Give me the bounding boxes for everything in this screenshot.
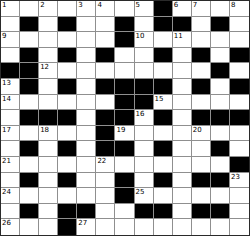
crossword-block-cell [96, 48, 115, 64]
crossword-block-cell [135, 79, 154, 95]
crossword-block-cell [20, 173, 39, 189]
crossword-block-cell [96, 126, 115, 142]
crossword-block-cell [58, 204, 77, 220]
clue-number: 15 [155, 95, 164, 104]
crossword-cell[interactable] [39, 17, 58, 33]
crossword-cell[interactable] [39, 48, 58, 64]
crossword-cell[interactable] [192, 219, 211, 235]
crossword-block-cell [115, 173, 134, 189]
crossword-cell[interactable] [192, 17, 211, 33]
crossword-cell[interactable] [192, 188, 211, 204]
crossword-block-cell [154, 79, 173, 95]
crossword-block-cell [58, 141, 77, 157]
crossword-cell[interactable]: 13 [1, 79, 20, 95]
crossword-cell[interactable]: 15 [154, 95, 173, 111]
crossword-block-cell [77, 204, 96, 220]
clue-number: 9 [2, 32, 6, 41]
crossword-cell[interactable] [77, 126, 96, 142]
crossword-cell[interactable] [77, 188, 96, 204]
crossword-cell[interactable]: 8 [230, 1, 249, 17]
crossword-cell[interactable] [77, 48, 96, 64]
crossword-block-cell [115, 95, 134, 111]
crossword-cell[interactable] [20, 32, 39, 48]
crossword-block-cell [96, 79, 115, 95]
crossword-cell[interactable] [173, 63, 192, 79]
crossword-cell[interactable]: 16 [135, 110, 154, 126]
clue-number: 21 [2, 157, 11, 166]
crossword-cell[interactable] [230, 141, 249, 157]
crossword-cell[interactable] [20, 126, 39, 142]
crossword-cell[interactable] [115, 219, 134, 235]
crossword-block-cell [154, 48, 173, 64]
crossword-block-cell [20, 110, 39, 126]
crossword-cell[interactable] [96, 219, 115, 235]
clue-number: 11 [174, 32, 183, 41]
crossword-cell[interactable] [96, 95, 115, 111]
crossword-cell[interactable]: 26 [1, 219, 20, 235]
crossword-cell[interactable] [20, 219, 39, 235]
clue-number: 17 [2, 126, 11, 135]
crossword-cell[interactable] [230, 219, 249, 235]
crossword-cell[interactable] [20, 95, 39, 111]
crossword-cell[interactable] [39, 188, 58, 204]
crossword-cell[interactable] [39, 32, 58, 48]
crossword-block-cell [20, 63, 39, 79]
crossword-block-cell [58, 79, 77, 95]
crossword-block-cell [230, 48, 249, 64]
crossword-block-cell [135, 95, 154, 111]
crossword-cell[interactable] [211, 157, 230, 173]
crossword-cell[interactable]: 17 [1, 126, 20, 142]
crossword-cell[interactable] [115, 63, 134, 79]
crossword-cell[interactable] [230, 17, 249, 33]
crossword-cell[interactable] [173, 173, 192, 189]
crossword-cell[interactable] [135, 48, 154, 64]
crossword-cell[interactable] [77, 95, 96, 111]
crossword-cell[interactable] [211, 48, 230, 64]
crossword-cell[interactable] [20, 157, 39, 173]
crossword-block-cell [115, 17, 134, 33]
crossword-cell[interactable] [77, 79, 96, 95]
clue-number: 26 [2, 219, 11, 228]
crossword-cell[interactable] [211, 219, 230, 235]
crossword-cell[interactable] [154, 219, 173, 235]
crossword-cell[interactable] [96, 17, 115, 33]
crossword-cell[interactable] [58, 126, 77, 142]
crossword-cell[interactable] [135, 157, 154, 173]
crossword-block-cell [58, 48, 77, 64]
crossword-cell[interactable] [211, 32, 230, 48]
crossword-block-cell [230, 79, 249, 95]
clue-number: 8 [231, 1, 235, 10]
crossword-block-cell [154, 173, 173, 189]
crossword-cell[interactable] [96, 204, 115, 220]
crossword-cell[interactable]: 11 [173, 32, 192, 48]
clue-number: 4 [97, 1, 101, 10]
crossword-block-cell [192, 173, 211, 189]
crossword-block-cell [20, 79, 39, 95]
crossword-block-cell [211, 173, 230, 189]
crossword-cell[interactable] [115, 48, 134, 64]
crossword-grid: 1234567891011121314151617181920212223242… [0, 0, 250, 236]
crossword-cell[interactable]: 10 [135, 32, 154, 48]
crossword-cell[interactable] [135, 141, 154, 157]
crossword-cell[interactable] [58, 188, 77, 204]
crossword-cell[interactable] [211, 95, 230, 111]
crossword-cell[interactable] [58, 95, 77, 111]
crossword-cell[interactable] [173, 79, 192, 95]
crossword-cell[interactable] [115, 1, 134, 17]
crossword-block-cell [230, 157, 249, 173]
crossword-cell[interactable] [173, 110, 192, 126]
crossword-block-cell [20, 48, 39, 64]
crossword-cell[interactable] [58, 63, 77, 79]
crossword-cell[interactable] [173, 219, 192, 235]
crossword-cell[interactable] [77, 32, 96, 48]
crossword-block-cell [39, 110, 58, 126]
clue-number: 6 [174, 1, 178, 10]
crossword-block-cell [115, 32, 134, 48]
crossword-cell[interactable] [230, 204, 249, 220]
crossword-block-cell [115, 79, 134, 95]
clue-number: 1 [2, 1, 6, 10]
clue-number: 18 [40, 126, 49, 135]
clue-number: 25 [136, 188, 145, 197]
crossword-cell[interactable] [20, 1, 39, 17]
crossword-cell[interactable] [1, 110, 20, 126]
crossword-cell[interactable] [135, 17, 154, 33]
crossword-cell[interactable] [230, 63, 249, 79]
clue-number: 2 [40, 1, 44, 10]
crossword-cell[interactable] [58, 157, 77, 173]
crossword-block-cell [1, 63, 20, 79]
crossword-cell[interactable] [96, 173, 115, 189]
clue-number: 3 [78, 1, 82, 10]
crossword-block-cell [211, 63, 230, 79]
crossword-cell[interactable]: 4 [96, 1, 115, 17]
clue-number: 20 [193, 126, 202, 135]
crossword-cell[interactable] [154, 188, 173, 204]
crossword-cell[interactable] [1, 204, 20, 220]
crossword-cell[interactable]: 5 [135, 1, 154, 17]
crossword-cell[interactable] [96, 188, 115, 204]
crossword-cell[interactable] [115, 157, 134, 173]
crossword-block-cell [192, 48, 211, 64]
crossword-cell[interactable]: 3 [77, 1, 96, 17]
crossword-cell[interactable] [135, 126, 154, 142]
crossword-block-cell [20, 204, 39, 220]
crossword-block-cell [230, 110, 249, 126]
crossword-cell[interactable] [115, 204, 134, 220]
crossword-cell[interactable] [192, 141, 211, 157]
crossword-cell[interactable] [135, 219, 154, 235]
crossword-cell[interactable] [192, 157, 211, 173]
crossword-block-cell [58, 17, 77, 33]
crossword-cell[interactable] [39, 204, 58, 220]
crossword-block-cell [135, 204, 154, 220]
crossword-cell[interactable] [192, 63, 211, 79]
crossword-cell[interactable] [154, 157, 173, 173]
crossword-block-cell [211, 110, 230, 126]
crossword-block-cell [173, 17, 192, 33]
crossword-cell[interactable] [77, 63, 96, 79]
crossword-puzzle: 1234567891011121314151617181920212223242… [0, 0, 250, 236]
crossword-cell[interactable] [154, 126, 173, 142]
crossword-cell[interactable]: 21 [1, 157, 20, 173]
crossword-block-cell [58, 173, 77, 189]
crossword-cell[interactable]: 19 [115, 126, 134, 142]
clue-number: 19 [116, 126, 125, 135]
crossword-cell[interactable] [173, 95, 192, 111]
crossword-block-cell [154, 141, 173, 157]
crossword-cell[interactable] [230, 126, 249, 142]
crossword-block-cell [192, 110, 211, 126]
crossword-block-cell [154, 204, 173, 220]
crossword-block-cell [211, 17, 230, 33]
crossword-cell[interactable] [230, 95, 249, 111]
crossword-block-cell [58, 110, 77, 126]
crossword-block-cell [96, 110, 115, 126]
crossword-block-cell [58, 219, 77, 235]
crossword-cell[interactable]: 20 [192, 126, 211, 142]
crossword-cell[interactable] [173, 126, 192, 142]
crossword-cell[interactable] [154, 63, 173, 79]
crossword-cell[interactable]: 18 [39, 126, 58, 142]
clue-number: 10 [136, 32, 145, 41]
crossword-block-cell [115, 188, 134, 204]
crossword-cell[interactable]: 12 [39, 63, 58, 79]
crossword-cell[interactable] [154, 32, 173, 48]
crossword-cell[interactable]: 6 [173, 1, 192, 17]
crossword-cell[interactable] [135, 173, 154, 189]
crossword-cell[interactable] [192, 95, 211, 111]
crossword-cell[interactable] [173, 188, 192, 204]
crossword-cell[interactable] [135, 63, 154, 79]
crossword-cell[interactable] [230, 32, 249, 48]
crossword-cell[interactable] [1, 141, 20, 157]
clue-number: 13 [2, 79, 11, 88]
crossword-block-cell [154, 110, 173, 126]
crossword-cell[interactable] [39, 173, 58, 189]
crossword-block-cell [115, 110, 134, 126]
crossword-cell[interactable] [58, 32, 77, 48]
crossword-cell[interactable] [211, 126, 230, 142]
crossword-block-cell [154, 1, 173, 17]
crossword-cell[interactable] [211, 188, 230, 204]
crossword-cell[interactable] [96, 63, 115, 79]
crossword-block-cell [192, 79, 211, 95]
crossword-cell[interactable] [1, 48, 20, 64]
crossword-cell[interactable] [173, 204, 192, 220]
crossword-cell[interactable] [77, 110, 96, 126]
crossword-cell[interactable]: 9 [1, 32, 20, 48]
crossword-cell[interactable] [230, 188, 249, 204]
crossword-cell[interactable]: 7 [192, 1, 211, 17]
crossword-cell[interactable] [39, 95, 58, 111]
crossword-cell[interactable]: 25 [135, 188, 154, 204]
clue-number: 14 [2, 95, 11, 104]
crossword-cell[interactable]: 27 [77, 219, 96, 235]
crossword-cell[interactable]: 2 [39, 1, 58, 17]
crossword-block-cell [20, 141, 39, 157]
crossword-block-cell [154, 17, 173, 33]
crossword-cell[interactable] [1, 17, 20, 33]
clue-number: 23 [231, 173, 240, 182]
crossword-cell[interactable] [211, 1, 230, 17]
crossword-cell[interactable] [173, 141, 192, 157]
crossword-cell[interactable] [211, 79, 230, 95]
crossword-cell[interactable] [173, 157, 192, 173]
crossword-cell[interactable]: 24 [1, 188, 20, 204]
clue-number: 22 [97, 157, 106, 166]
crossword-block-cell [211, 204, 230, 220]
crossword-cell[interactable] [39, 79, 58, 95]
clue-number: 12 [40, 63, 49, 72]
crossword-cell[interactable]: 1 [1, 1, 20, 17]
crossword-cell[interactable] [58, 1, 77, 17]
crossword-cell[interactable]: 22 [96, 157, 115, 173]
crossword-cell[interactable]: 14 [1, 95, 20, 111]
crossword-block-cell [211, 141, 230, 157]
crossword-cell[interactable] [77, 173, 96, 189]
clue-number: 24 [2, 188, 11, 197]
crossword-block-cell [192, 204, 211, 220]
crossword-cell[interactable] [39, 157, 58, 173]
crossword-cell[interactable] [173, 48, 192, 64]
crossword-cell[interactable] [192, 32, 211, 48]
clue-number: 16 [136, 110, 145, 119]
crossword-cell[interactable] [96, 32, 115, 48]
crossword-cell[interactable] [77, 157, 96, 173]
clue-number: 5 [136, 1, 140, 10]
crossword-block-cell [96, 141, 115, 157]
crossword-cell[interactable] [1, 173, 20, 189]
clue-number: 7 [193, 1, 197, 10]
clue-number: 27 [78, 219, 87, 228]
crossword-cell[interactable] [77, 17, 96, 33]
crossword-cell[interactable] [77, 141, 96, 157]
crossword-cell[interactable] [39, 141, 58, 157]
crossword-cell[interactable]: 23 [230, 173, 249, 189]
crossword-cell[interactable] [20, 188, 39, 204]
crossword-block-cell [115, 141, 134, 157]
crossword-block-cell [20, 17, 39, 33]
crossword-cell[interactable] [39, 219, 58, 235]
